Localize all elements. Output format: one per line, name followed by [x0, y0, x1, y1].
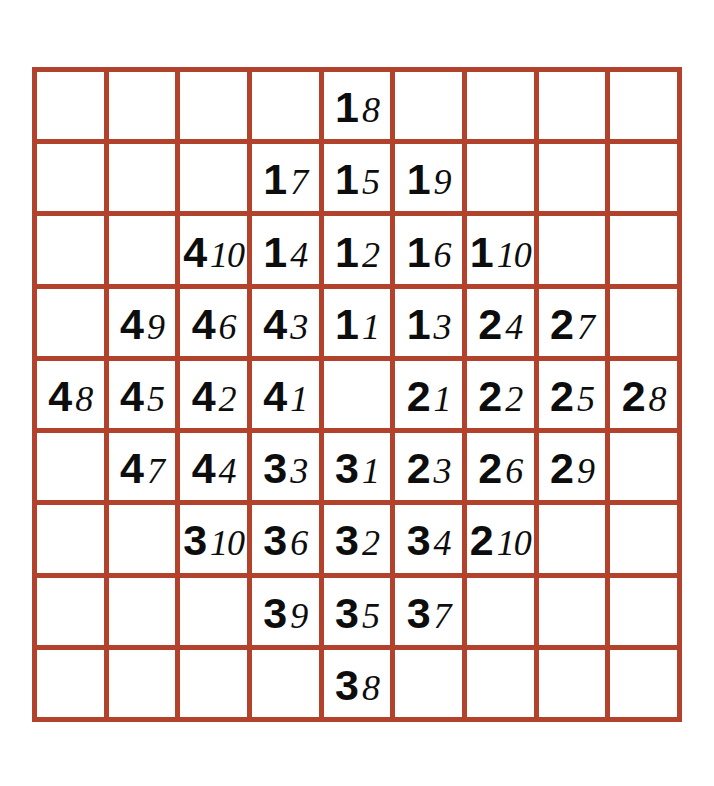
cell-r8c1[interactable]: [37, 578, 104, 645]
cell-r7c9[interactable]: [610, 505, 677, 572]
cell-r2c4[interactable]: 17: [252, 144, 319, 211]
cell-label: 12: [335, 231, 379, 274]
cell-r2c9[interactable]: [610, 144, 677, 211]
index-number: 8: [75, 381, 92, 417]
cell-r5c9[interactable]: 28: [610, 361, 677, 428]
index-number: 5: [147, 381, 164, 417]
quadrant-number: 1: [263, 231, 286, 274]
cell-r4c8[interactable]: 27: [539, 289, 606, 356]
cell-r6c2[interactable]: 47: [109, 433, 176, 500]
cell-r4c4[interactable]: 43: [252, 289, 319, 356]
index-number: 8: [362, 670, 379, 706]
cell-r1c5[interactable]: 18: [324, 72, 391, 139]
cell-r6c5[interactable]: 31: [324, 433, 391, 500]
cell-label: 33: [263, 447, 307, 490]
cell-label: 19: [407, 158, 451, 201]
quadrant-number: 1: [407, 231, 430, 274]
cell-r6c1[interactable]: [37, 433, 104, 500]
cell-r6c4[interactable]: 33: [252, 433, 319, 500]
cell-r3c8[interactable]: [539, 216, 606, 283]
index-number: 8: [362, 92, 379, 128]
index-number: 3: [290, 309, 307, 345]
board: 1817151941014121611049464311132427484542…: [32, 67, 682, 722]
quadrant-number: 4: [263, 375, 286, 418]
cell-label: 39: [263, 592, 307, 635]
quadrant-number: 4: [48, 375, 71, 418]
cell-r7c1[interactable]: [37, 505, 104, 572]
quadrant-number: 4: [120, 447, 143, 490]
index-number: 5: [362, 598, 379, 634]
cell-label: 37: [407, 592, 451, 635]
cell-label: 36: [263, 519, 307, 562]
cell-r1c7[interactable]: [467, 72, 534, 139]
cell-label: 14: [263, 231, 307, 274]
cell-r8c7[interactable]: [467, 578, 534, 645]
cell-label: 29: [550, 447, 594, 490]
cell-r8c5[interactable]: 35: [324, 578, 391, 645]
cell-label: 35: [335, 592, 379, 635]
quadrant-number: 3: [263, 447, 286, 490]
cell-r9c6[interactable]: [395, 650, 462, 717]
index-number: 2: [219, 381, 236, 417]
cell-label: 46: [192, 303, 236, 346]
cell-label: 18: [335, 86, 379, 129]
cell-r5c7[interactable]: 22: [467, 361, 534, 428]
index-number: 9: [434, 164, 451, 200]
cell-r5c1[interactable]: 48: [37, 361, 104, 428]
index-number: 5: [362, 164, 379, 200]
cell-label: 310: [183, 519, 244, 562]
cell-r6c9[interactable]: [610, 433, 677, 500]
cell-r4c9[interactable]: [610, 289, 677, 356]
cell-label: 24: [478, 303, 522, 346]
index-number: 4: [505, 309, 522, 345]
cell-r9c3[interactable]: [180, 650, 247, 717]
cell-label: 22: [478, 375, 522, 418]
cell-label: 25: [550, 375, 594, 418]
cell-r5c3[interactable]: 42: [180, 361, 247, 428]
cell-r2c5[interactable]: 15: [324, 144, 391, 211]
cell-label: 42: [192, 375, 236, 418]
cell-r9c4[interactable]: [252, 650, 319, 717]
cell-r8c6[interactable]: 37: [395, 578, 462, 645]
quadrant-number: 4: [120, 303, 143, 346]
cell-label: 44: [192, 447, 236, 490]
index-number: 2: [505, 381, 522, 417]
cell-r7c4[interactable]: 36: [252, 505, 319, 572]
cell-label: 15: [335, 158, 379, 201]
cell-r5c6[interactable]: 21: [395, 361, 462, 428]
index-number: 3: [434, 453, 451, 489]
index-number: 6: [434, 237, 451, 273]
index-number: 7: [434, 598, 451, 634]
cell-r4c3[interactable]: 46: [180, 289, 247, 356]
quadrant-number: 2: [470, 519, 493, 562]
index-number: 2: [362, 525, 379, 561]
index-number: 9: [577, 453, 594, 489]
cell-label: 38: [335, 664, 379, 707]
cell-r1c8[interactable]: [539, 72, 606, 139]
cell-r8c8[interactable]: [539, 578, 606, 645]
quadrant-number: 4: [120, 375, 143, 418]
cell-label: 27: [550, 303, 594, 346]
quadrant-number: 4: [183, 231, 206, 274]
cell-r1c2[interactable]: [109, 72, 176, 139]
cell-r9c5[interactable]: 38: [324, 650, 391, 717]
quadrant-number: 2: [550, 303, 573, 346]
cell-r8c4[interactable]: 39: [252, 578, 319, 645]
cell-label: 43: [263, 303, 307, 346]
cell-r6c8[interactable]: 29: [539, 433, 606, 500]
cell-r3c1[interactable]: [37, 216, 104, 283]
index-number: 7: [577, 309, 594, 345]
index-number: 8: [649, 381, 666, 417]
cell-label: 26: [478, 447, 522, 490]
quadrant-number: 3: [335, 592, 358, 635]
cell-r2c6[interactable]: 19: [395, 144, 462, 211]
quadrant-number: 3: [183, 519, 206, 562]
quadrant-number: 3: [407, 592, 430, 635]
cell-r7c5[interactable]: 32: [324, 505, 391, 572]
quadrant-number: 1: [263, 158, 286, 201]
quadrant-number: 1: [335, 158, 358, 201]
quadrant-number: 1: [335, 231, 358, 274]
cell-r7c8[interactable]: [539, 505, 606, 572]
quadrant-number: 2: [622, 375, 645, 418]
cell-label: 13: [407, 303, 451, 346]
index-number: 6: [290, 525, 307, 561]
cell-r7c3[interactable]: 310: [180, 505, 247, 572]
index-number: 6: [219, 309, 236, 345]
cell-label: 21: [407, 375, 451, 418]
cell-label: 16: [407, 231, 451, 274]
index-number: 3: [290, 453, 307, 489]
index-number: 6: [505, 453, 522, 489]
quadrant-number: 1: [407, 158, 430, 201]
cell-r9c1[interactable]: [37, 650, 104, 717]
cell-label: 410: [183, 231, 244, 274]
quadrant-number: 4: [192, 375, 215, 418]
cell-r3c3[interactable]: 410: [180, 216, 247, 283]
cell-r9c8[interactable]: [539, 650, 606, 717]
quadrant-number: 4: [192, 447, 215, 490]
cell-r4c7[interactable]: 24: [467, 289, 534, 356]
cell-r5c8[interactable]: 25: [539, 361, 606, 428]
cell-label: 32: [335, 519, 379, 562]
cell-label: 28: [622, 375, 666, 418]
cell-r6c6[interactable]: 23: [395, 433, 462, 500]
index-number: 1: [362, 309, 379, 345]
cell-r3c9[interactable]: [610, 216, 677, 283]
quadrant-number: 1: [335, 86, 358, 129]
cell-label: 48: [48, 375, 92, 418]
cell-r5c2[interactable]: 45: [109, 361, 176, 428]
cell-label: 47: [120, 447, 164, 490]
cell-r3c6[interactable]: 16: [395, 216, 462, 283]
quadrant-number: 2: [550, 447, 573, 490]
cell-r7c7[interactable]: 210: [467, 505, 534, 572]
index-number: 10: [497, 237, 531, 273]
quadrant-number: 1: [470, 231, 493, 274]
cell-r4c6[interactable]: 13: [395, 289, 462, 356]
cell-r3c7[interactable]: 110: [467, 216, 534, 283]
cell-r2c7[interactable]: [467, 144, 534, 211]
quadrant-number: 3: [335, 664, 358, 707]
quadrant-number: 2: [407, 447, 430, 490]
quadrant-number: 2: [478, 447, 501, 490]
cell-r1c3[interactable]: [180, 72, 247, 139]
cell-r9c2[interactable]: [109, 650, 176, 717]
cell-label: 41: [263, 375, 307, 418]
quadrant-number: 3: [407, 519, 430, 562]
cell-r7c6[interactable]: 34: [395, 505, 462, 572]
cell-r5c4[interactable]: 41: [252, 361, 319, 428]
cell-r1c4[interactable]: [252, 72, 319, 139]
index-number: 7: [290, 164, 307, 200]
quadrant-number: 2: [478, 303, 501, 346]
cell-r1c6[interactable]: [395, 72, 462, 139]
index-number: 5: [577, 381, 594, 417]
cell-r8c9[interactable]: [610, 578, 677, 645]
index-number: 10: [210, 525, 244, 561]
quadrant-number: 3: [335, 519, 358, 562]
cell-r3c5[interactable]: 12: [324, 216, 391, 283]
cell-r2c8[interactable]: [539, 144, 606, 211]
index-number: 7: [147, 453, 164, 489]
quadrant-number: 3: [263, 519, 286, 562]
cell-label: 45: [120, 375, 164, 418]
index-number: 4: [290, 237, 307, 273]
cell-r2c1[interactable]: [37, 144, 104, 211]
cell-r1c1[interactable]: [37, 72, 104, 139]
quadrant-number: 3: [335, 447, 358, 490]
cell-r3c4[interactable]: 14: [252, 216, 319, 283]
index-number: 1: [290, 381, 307, 417]
cell-label: 49: [120, 303, 164, 346]
cell-label: 34: [407, 519, 451, 562]
cell-r6c3[interactable]: 44: [180, 433, 247, 500]
cell-r7c2[interactable]: [109, 505, 176, 572]
quadrant-number: 2: [478, 375, 501, 418]
cell-r1c9[interactable]: [610, 72, 677, 139]
cell-r2c2[interactable]: [109, 144, 176, 211]
index-number: 4: [434, 525, 451, 561]
index-number: 4: [219, 453, 236, 489]
page: 1817151941014121611049464311132427484542…: [0, 0, 714, 786]
cell-r4c5[interactable]: 11: [324, 289, 391, 356]
quadrant-number: 1: [407, 303, 430, 346]
index-number: 3: [434, 309, 451, 345]
index-number: 10: [497, 525, 531, 561]
quadrant-number: 2: [550, 375, 573, 418]
index-number: 10: [210, 237, 244, 273]
cell-r4c2[interactable]: 49: [109, 289, 176, 356]
index-number: 1: [362, 453, 379, 489]
quadrant-number: 1: [335, 303, 358, 346]
cell-r8c3[interactable]: [180, 578, 247, 645]
cell-label: 11: [335, 303, 379, 346]
quadrant-number: 3: [263, 592, 286, 635]
cell-r9c9[interactable]: [610, 650, 677, 717]
cell-r6c7[interactable]: 26: [467, 433, 534, 500]
cell-label: 210: [470, 519, 531, 562]
cell-label: 17: [263, 158, 307, 201]
cell-r8c2[interactable]: [109, 578, 176, 645]
cell-r5c5[interactable]: [324, 361, 391, 428]
quadrant-number: 2: [407, 375, 430, 418]
index-number: 2: [362, 237, 379, 273]
cell-r2c3[interactable]: [180, 144, 247, 211]
cell-r3c2[interactable]: [109, 216, 176, 283]
index-number: 1: [434, 381, 451, 417]
cell-label: 110: [470, 231, 531, 274]
cell-label: 23: [407, 447, 451, 490]
index-number: 9: [147, 309, 164, 345]
quadrant-number: 4: [263, 303, 286, 346]
index-number: 9: [290, 598, 307, 634]
cell-r4c1[interactable]: [37, 289, 104, 356]
cell-label: 31: [335, 447, 379, 490]
cell-r9c7[interactable]: [467, 650, 534, 717]
quadrant-number: 4: [192, 303, 215, 346]
